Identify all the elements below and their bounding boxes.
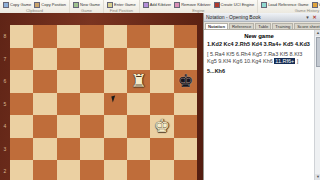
tab-reference[interactable]: Reference (229, 23, 254, 30)
square-a4[interactable] (10, 115, 33, 138)
square-d3[interactable] (80, 138, 103, 161)
ribbon-toolbar: Copy Game Copy Position Clipboard New Ga… (0, 0, 320, 14)
rank-label-5: 5 (0, 101, 10, 107)
notation-panel: Notation - Opening Book ▾ ✕ Notation Ref… (203, 13, 320, 180)
rank-label-2: 2 (0, 168, 10, 174)
copy-icon (3, 2, 9, 8)
copy-game-label: Copy Game (10, 2, 31, 7)
chess-board-frame: 87654321♜♚♚ (0, 13, 203, 180)
square-a3[interactable] (10, 138, 33, 161)
square-c7[interactable] (57, 48, 80, 71)
ribbon-group-game: New Game Game (70, 0, 104, 13)
pencil-icon (107, 2, 113, 8)
square-a7[interactable] (10, 48, 33, 71)
copy-position-label: Copy Position (41, 2, 66, 7)
square-e6[interactable] (104, 70, 127, 93)
scroll-thumb[interactable] (316, 37, 320, 67)
square-b6[interactable] (33, 70, 56, 93)
square-c3[interactable] (57, 138, 80, 161)
remove-kibitzer-button[interactable]: Remove Kibitzer (174, 2, 210, 8)
square-b8[interactable] (33, 25, 56, 48)
remove-kibitzer-label: Remove Kibitzer (181, 2, 210, 7)
square-h2[interactable] (174, 160, 197, 180)
board-icon (34, 2, 40, 8)
square-c8[interactable] (57, 25, 80, 48)
add-kibitzer-button[interactable]: Add Kibitzer (143, 2, 172, 8)
new-game-icon (73, 2, 79, 8)
square-f7[interactable] (127, 48, 150, 71)
square-d4[interactable] (80, 115, 103, 138)
create-uci-engine-button[interactable]: Create UCI Engine (214, 2, 255, 8)
new-game-button[interactable]: New Game (73, 2, 100, 8)
history-icon (312, 2, 318, 8)
scroll-down-icon[interactable]: ▼ (315, 174, 320, 180)
square-c2[interactable] (57, 160, 80, 180)
rank-label-8: 8 (0, 33, 10, 39)
copy-position-button[interactable]: Copy Position (34, 2, 66, 8)
piece-black-king[interactable]: ♚ (174, 70, 197, 93)
square-f8[interactable] (127, 25, 150, 48)
square-d2[interactable] (80, 160, 103, 180)
square-g5[interactable] (150, 93, 173, 116)
new-game-label: New Game (80, 2, 100, 7)
piece-white-rook[interactable]: ♜ (127, 70, 150, 93)
square-b7[interactable] (33, 48, 56, 71)
mouse-cursor-icon (111, 95, 116, 102)
enter-game-label: Enter Game (114, 2, 136, 7)
load-reference-game-button[interactable]: Load Reference Game (261, 2, 308, 8)
panel-close-icon[interactable]: ✕ (311, 14, 318, 20)
square-b4[interactable] (33, 115, 56, 138)
square-h5[interactable] (174, 93, 197, 116)
square-f3[interactable] (127, 138, 150, 161)
square-g6[interactable] (150, 70, 173, 93)
kibitzer2-icon (174, 2, 180, 8)
create-uci-engine-label: Create UCI Engine (221, 2, 255, 7)
square-d5[interactable] (80, 93, 103, 116)
square-c4[interactable] (57, 115, 80, 138)
notation-panel-titlebar[interactable]: Notation - Opening Book ▾ ✕ (204, 13, 320, 22)
rank-label-6: 6 (0, 78, 10, 84)
tab-table[interactable]: Table (255, 23, 271, 30)
square-e3[interactable] (104, 138, 127, 161)
copy-game-button[interactable]: Copy Game (3, 2, 31, 8)
rank-label-4: 4 (0, 123, 10, 129)
square-d6[interactable] (80, 70, 103, 93)
square-a6[interactable] (10, 70, 33, 93)
ribbon-group-game-history: Load Reference Game View Game History Ga… (258, 0, 320, 13)
notation-panel-title: Notation - Opening Book (206, 14, 261, 20)
fritz-chess-app: Copy Game Copy Position Clipboard New Ga… (0, 0, 320, 180)
square-b2[interactable] (33, 160, 56, 180)
kibitzer-icon (143, 2, 149, 8)
main-line-moves[interactable]: 1.Kd2 Kc4 2.Rh5 Kd4 3.Ra4+ Kd5 4.Kd3 (207, 41, 310, 47)
square-g2[interactable] (150, 160, 173, 180)
square-f5[interactable] (127, 93, 150, 116)
notation-content[interactable]: New game 1.Kd2 Kc4 2.Rh5 Kd4 3.Ra4+ Kd5 … (204, 30, 314, 180)
square-e2[interactable] (104, 160, 127, 180)
square-g3[interactable] (150, 138, 173, 161)
rank-label-3: 3 (0, 146, 10, 152)
tab-notation[interactable]: Notation (205, 23, 228, 30)
tab-training[interactable]: Training (272, 23, 293, 30)
load-game-icon (261, 2, 267, 8)
variation-line[interactable]: [ 5.Ra4 Kf5 6.Rh4 Kg5 7.Ra3 Kf5 8.Kf3 Kg… (207, 51, 312, 65)
tab-score-sheet[interactable]: Score sheet (294, 23, 320, 30)
square-a5[interactable] (10, 93, 33, 116)
square-b5[interactable] (33, 93, 56, 116)
square-h8[interactable] (174, 25, 197, 48)
square-f2[interactable] (127, 160, 150, 180)
square-h7[interactable] (174, 48, 197, 71)
view-game-history-button[interactable]: View Game History (312, 2, 320, 8)
square-a8[interactable] (10, 25, 33, 48)
square-h3[interactable] (174, 138, 197, 161)
notation-tab-bar: Notation Reference Table Training Score … (204, 22, 320, 30)
scroll-up-icon[interactable]: ▲ (315, 30, 320, 36)
square-e7[interactable] (104, 48, 127, 71)
current-move-highlight[interactable]: 11.Rf6+ (274, 58, 295, 64)
add-kibitzer-label: Add Kibitzer (150, 2, 172, 7)
square-g7[interactable] (150, 48, 173, 71)
ribbon-group-engine: Add Kibitzer Remove Kibitzer Create UCI … (140, 0, 259, 13)
square-a2[interactable] (10, 160, 33, 180)
tail-line-move[interactable]: 5...Kh6 (207, 68, 312, 75)
rank-label-7: 7 (0, 56, 10, 62)
square-d8[interactable] (80, 25, 103, 48)
enter-game-button[interactable]: Enter Game (107, 2, 136, 8)
square-c6[interactable] (57, 70, 80, 93)
notation-scrollbar[interactable]: ▲ ▼ (314, 30, 320, 180)
square-g8[interactable] (150, 25, 173, 48)
square-h4[interactable] (174, 115, 197, 138)
square-d7[interactable] (80, 48, 103, 71)
square-b3[interactable] (33, 138, 56, 161)
square-e8[interactable] (104, 25, 127, 48)
panel-menu-caret-icon[interactable]: ▾ (304, 14, 311, 20)
variation-close-bracket: ] (295, 58, 298, 64)
load-reference-game-label: Load Reference Game (268, 2, 308, 7)
ribbon-group-find-position: Enter Game Find Position (104, 0, 140, 13)
square-e4[interactable] (104, 115, 127, 138)
move-list: 1.Kd2 Kc4 2.Rh5 Kd4 3.Ra4+ Kd5 4.Kd3 [ 5… (204, 39, 314, 76)
square-c5[interactable] (57, 93, 80, 116)
piece-white-king[interactable]: ♚ (150, 115, 173, 138)
uci-engine-icon (214, 2, 220, 8)
ribbon-group-clipboard: Copy Game Copy Position Clipboard (0, 0, 70, 13)
square-f4[interactable] (127, 115, 150, 138)
